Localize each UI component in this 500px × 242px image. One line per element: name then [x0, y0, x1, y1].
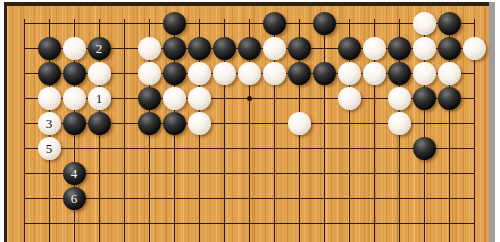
black-stone: [438, 12, 461, 35]
grid-line-horizontal: [24, 173, 475, 174]
white-stone: [63, 37, 86, 60]
black-stone: [163, 37, 186, 60]
black-stone: [38, 37, 61, 60]
white-stone: [138, 37, 161, 60]
black-stone: [338, 37, 361, 60]
grid-line-vertical: [24, 19, 25, 242]
move-number-label: 3: [46, 117, 53, 130]
black-stone: [388, 37, 411, 60]
numbered-stone-5: 5: [38, 137, 61, 160]
black-stone: [288, 37, 311, 60]
white-stone: [188, 112, 211, 135]
white-stone: [63, 87, 86, 110]
white-stone: [363, 62, 386, 85]
white-stone: [338, 87, 361, 110]
black-stone: [313, 62, 336, 85]
white-stone: [463, 37, 486, 60]
black-stone: [313, 12, 336, 35]
black-stone: [438, 37, 461, 60]
white-stone: [213, 62, 236, 85]
numbered-stone-2: 2: [88, 37, 111, 60]
grid-line-horizontal: [24, 223, 475, 224]
black-stone: [388, 62, 411, 85]
black-stone: [163, 62, 186, 85]
white-stone: [238, 62, 261, 85]
black-stone: [163, 12, 186, 35]
black-stone: [88, 112, 111, 135]
grid-line-vertical: [124, 19, 125, 242]
white-stone: [363, 37, 386, 60]
grid-line-horizontal: [24, 23, 475, 24]
white-stone: [413, 62, 436, 85]
numbered-stone-6: 6: [63, 187, 86, 210]
grid-line-horizontal: [24, 198, 475, 199]
numbered-stone-3: 3: [38, 112, 61, 135]
black-stone: [288, 62, 311, 85]
move-number-label: 5: [46, 142, 53, 155]
white-stone: [188, 87, 211, 110]
numbered-stone-1: 1: [88, 87, 111, 110]
white-stone: [288, 112, 311, 135]
numbered-stone-4: 4: [63, 162, 86, 185]
black-stone: [413, 87, 436, 110]
star-point: [247, 96, 252, 101]
white-stone: [188, 62, 211, 85]
move-number-label: 4: [71, 167, 78, 180]
white-stone: [38, 87, 61, 110]
black-stone: [238, 37, 261, 60]
black-stone: [263, 12, 286, 35]
move-number-label: 2: [96, 42, 103, 55]
grid-line-horizontal: [24, 148, 475, 149]
black-stone: [38, 62, 61, 85]
move-number-label: 1: [96, 92, 103, 105]
black-stone: [63, 112, 86, 135]
white-stone: [138, 62, 161, 85]
board-edge-shadow-right: [489, 2, 495, 242]
white-stone: [263, 37, 286, 60]
black-stone: [188, 37, 211, 60]
black-stone: [138, 112, 161, 135]
white-stone: [413, 12, 436, 35]
black-stone: [438, 87, 461, 110]
white-stone: [438, 62, 461, 85]
white-stone: [388, 112, 411, 135]
black-stone: [63, 62, 86, 85]
white-stone: [163, 87, 186, 110]
move-number-label: 6: [71, 192, 78, 205]
go-diagram-screenshot: 213546: [0, 0, 500, 242]
black-stone: [163, 112, 186, 135]
black-stone: [413, 137, 436, 160]
grid-line-vertical: [324, 19, 325, 242]
white-stone: [413, 37, 436, 60]
white-stone: [88, 62, 111, 85]
black-stone: [138, 87, 161, 110]
white-stone: [338, 62, 361, 85]
white-stone: [263, 62, 286, 85]
white-stone: [388, 87, 411, 110]
black-stone: [213, 37, 236, 60]
